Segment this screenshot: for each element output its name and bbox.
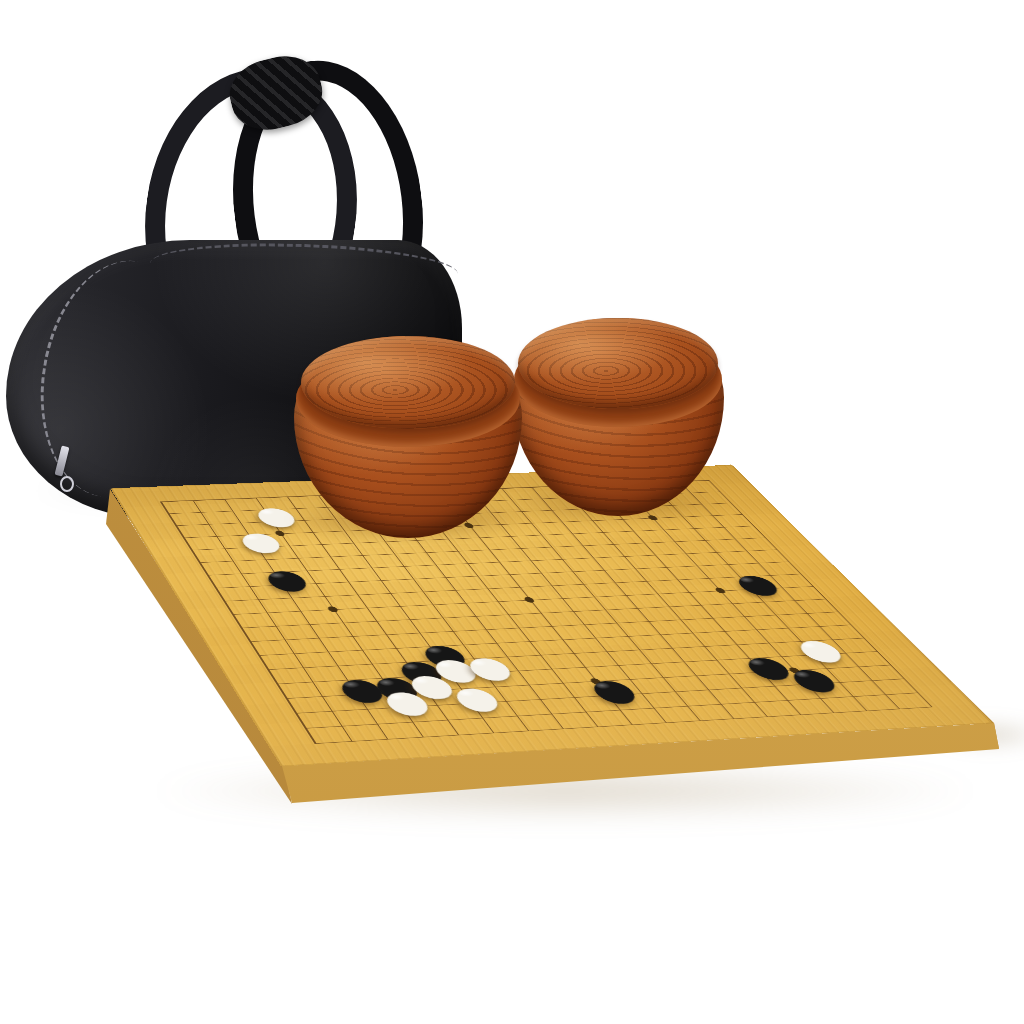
go-stone-black [728, 574, 777, 594]
go-stone-white [446, 686, 497, 710]
zipper-icon [24, 249, 214, 508]
bowl-left-lid [301, 336, 515, 429]
go-stone-black [583, 678, 634, 701]
zipper-ring-icon [60, 476, 74, 492]
go-stone-white [377, 690, 427, 714]
star-point [327, 606, 340, 612]
go-stone-white [250, 506, 294, 525]
star-point [523, 597, 536, 603]
go-set-product-photo: ·YM [0, 0, 1024, 1024]
bowl-right-lid [518, 318, 717, 409]
go-stone-white [789, 638, 840, 660]
go-stone-white [234, 532, 279, 552]
bag-top-seam [149, 239, 459, 299]
